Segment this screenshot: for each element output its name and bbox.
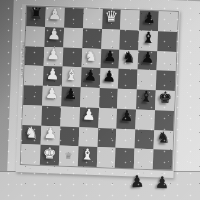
square-g3 xyxy=(59,126,79,146)
white-bishop-d3: ♝ xyxy=(64,67,78,83)
square-g5 xyxy=(97,128,117,148)
white-bishop-h4: ♝ xyxy=(80,147,94,163)
square-c8 xyxy=(157,51,177,71)
white-pawn-e2: ♟ xyxy=(45,86,59,102)
square-f3 xyxy=(60,106,80,126)
square-c1 xyxy=(25,46,45,66)
square-c7: ♟ xyxy=(138,50,158,70)
square-h2: ♚ xyxy=(40,145,60,165)
white-pawn-b2: ♟ xyxy=(47,27,61,43)
square-h7 xyxy=(134,149,154,169)
square-a3 xyxy=(64,8,84,28)
black-bishop-e7: ♝ xyxy=(139,90,153,106)
square-d1 xyxy=(24,65,44,85)
captured-black-piece-1: ♟ xyxy=(130,174,145,191)
square-h4: ♝ xyxy=(77,147,97,167)
square-a4 xyxy=(83,8,103,28)
square-b1 xyxy=(25,26,45,46)
white-pawn-d2: ♟ xyxy=(46,67,60,83)
white-pawn-c2: ♟ xyxy=(46,47,60,63)
black-pawn-a7: ♟ xyxy=(142,11,156,27)
border-coordinate-mark: · xyxy=(39,165,58,174)
black-king-e8: ♚ xyxy=(158,91,172,107)
square-e5 xyxy=(99,88,119,108)
white-king-h2: ♚ xyxy=(43,146,57,162)
square-c6: ♞ xyxy=(119,49,139,69)
square-b8 xyxy=(157,31,177,51)
square-h5 xyxy=(96,147,116,167)
chess-board: illegible fine print ♜♟♛♟♟♝♟♞♟♞♟♟♝♟♟♟♟♝♚… xyxy=(16,4,180,178)
square-d5: ♟ xyxy=(99,68,119,88)
square-h1 xyxy=(21,144,41,164)
captured-black-piece-2: ♟ xyxy=(155,175,170,191)
black-knight-g8: ♞ xyxy=(157,130,171,146)
square-e7: ♝ xyxy=(136,89,156,109)
square-e3: ♟ xyxy=(61,87,81,107)
black-pawn-c7: ♟ xyxy=(141,50,155,66)
border-coordinate-mark: · xyxy=(77,166,96,175)
black-pawn-d5: ♟ xyxy=(102,69,116,85)
white-pawn-a2: ♟ xyxy=(48,7,62,23)
square-a1: ♜ xyxy=(26,6,46,26)
board-grid: ♜♟♛♟♟♝♟♞♟♞♟♟♝♟♟♟♟♝♚♟♟♞♟♞♚♛♝ xyxy=(21,6,178,170)
square-d6 xyxy=(118,69,138,89)
square-g6 xyxy=(116,128,136,148)
square-f5 xyxy=(98,108,118,128)
black-pawn-f6: ♟ xyxy=(120,109,134,125)
border-coordinate-mark: · xyxy=(58,166,77,175)
white-queen-a5: ♛ xyxy=(104,10,118,26)
white-knight-g1: ♞ xyxy=(24,125,38,141)
square-e2: ♟ xyxy=(42,86,62,106)
black-pawn-d4: ♟ xyxy=(83,68,97,84)
white-pawn-f4: ♟ xyxy=(82,108,96,124)
square-a5: ♛ xyxy=(102,9,122,29)
square-h6 xyxy=(115,148,135,168)
square-a8 xyxy=(158,11,178,31)
square-g7 xyxy=(135,129,155,149)
square-f7 xyxy=(136,109,156,129)
square-f6: ♟ xyxy=(117,108,137,128)
black-pawn-e3: ♟ xyxy=(64,87,78,103)
white-knight-c4: ♞ xyxy=(84,48,98,64)
black-pawn-c5: ♟ xyxy=(103,49,117,65)
photo-scene: illegible fine print ♜♟♛♟♟♝♟♞♟♞♟♟♝♟♟♟♟♝♚… xyxy=(0,0,200,200)
border-coordinate-mark: · xyxy=(21,164,40,173)
square-h8 xyxy=(153,149,173,169)
border-coordinate-mark: · xyxy=(96,167,115,176)
board-crest-mark: ♛ xyxy=(64,151,72,161)
square-e8: ♚ xyxy=(155,90,175,110)
square-e1 xyxy=(23,85,43,105)
black-knight-c6: ♞ xyxy=(122,50,136,66)
square-f4: ♟ xyxy=(79,107,99,127)
square-h3: ♛ xyxy=(59,146,79,166)
black-rook-a1: ♜ xyxy=(29,7,43,23)
black-bishop-b7: ♝ xyxy=(141,31,155,47)
square-g8: ♞ xyxy=(154,130,174,150)
square-d4: ♟ xyxy=(80,68,100,88)
square-g1: ♞ xyxy=(22,125,42,145)
white-pawn-g2: ♟ xyxy=(43,126,57,142)
square-a6 xyxy=(120,10,140,30)
square-b3 xyxy=(63,27,83,47)
